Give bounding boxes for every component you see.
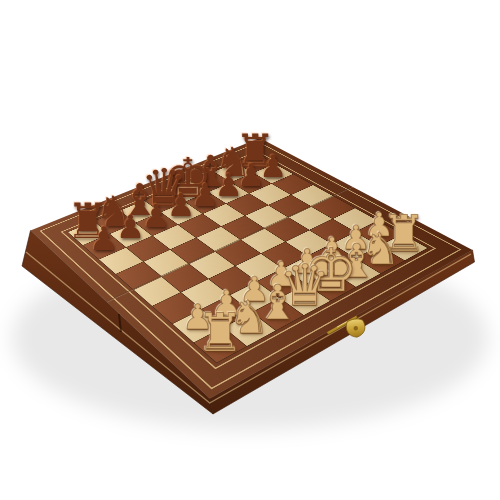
product-photo-stage: ♜♞♟♝♟♚♟♛♟♝♟♞♟♟♜♟♟♟♜♟♞♟♝♟♚♟♛♟♝♟♞♜	[0, 0, 500, 500]
piece-white-rook-a1[interactable]: ♜	[180, 306, 260, 359]
piece-black-pawn-a7[interactable]: ♟	[64, 223, 144, 256]
